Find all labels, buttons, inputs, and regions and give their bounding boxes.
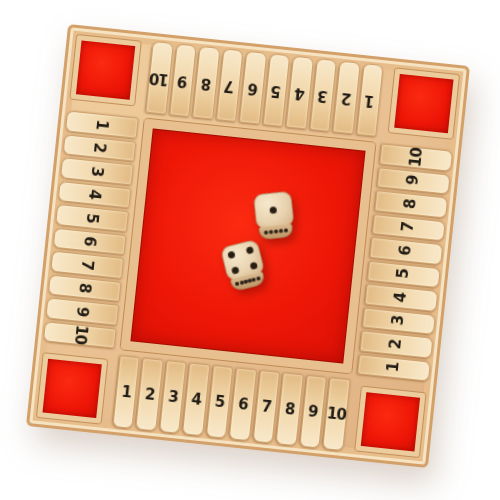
- tile-right-6[interactable]: 6: [369, 237, 443, 265]
- tile-top-1[interactable]: 1: [356, 63, 384, 137]
- tile-left-1[interactable]: 1: [65, 110, 139, 138]
- tile-number: 8: [77, 282, 93, 293]
- tile-number: 1: [94, 119, 110, 130]
- tile-number: 9: [406, 175, 422, 186]
- tile-number: 10: [408, 147, 425, 167]
- product-photo: 10987654321 12345678910 10987654321 1234…: [0, 0, 500, 500]
- tile-left-3[interactable]: 3: [60, 157, 134, 185]
- tile-bottom-8[interactable]: 8: [276, 372, 304, 446]
- tile-number: 10: [149, 69, 169, 86]
- corner-felt-tray-top-right: [389, 68, 459, 138]
- tile-number: 9: [178, 72, 189, 88]
- tile-number: 4: [87, 189, 103, 200]
- tile-top-2[interactable]: 2: [332, 61, 360, 135]
- die-pip: [256, 276, 261, 281]
- tile-number: 3: [89, 166, 105, 177]
- tile-number: 10: [71, 324, 88, 344]
- die-pip: [269, 230, 273, 234]
- tile-number: 9: [307, 404, 318, 420]
- die-pip: [249, 262, 257, 270]
- tile-number: 10: [326, 406, 346, 423]
- tile-number: 5: [214, 394, 225, 410]
- tile-left-10[interactable]: 10: [43, 321, 117, 349]
- tile-number: 6: [82, 236, 98, 247]
- tile-number: 2: [92, 142, 108, 153]
- tile-number: 2: [341, 90, 352, 106]
- tile-number: 3: [167, 389, 178, 405]
- corner-felt-tray-top-left: [70, 35, 140, 105]
- tile-number: 3: [391, 315, 407, 326]
- tile-number: 5: [84, 212, 100, 223]
- tile-number: 5: [396, 269, 412, 280]
- tile-left-7[interactable]: 7: [50, 251, 124, 279]
- tile-left-9[interactable]: 9: [45, 297, 119, 325]
- tile-number: 8: [403, 199, 419, 210]
- tile-number: 4: [393, 292, 409, 303]
- die-showing-one[interactable]: [253, 191, 296, 241]
- tile-number: 7: [261, 399, 272, 415]
- tile-left-5[interactable]: 5: [55, 204, 129, 232]
- tile-number: 2: [389, 339, 405, 350]
- tile-number: 6: [398, 245, 414, 256]
- die-pip: [279, 229, 283, 233]
- tile-right-1[interactable]: 1: [357, 354, 431, 382]
- tile-number: 8: [201, 75, 212, 91]
- tile-top-4[interactable]: 4: [286, 56, 314, 130]
- tile-number: 9: [74, 306, 90, 317]
- tile-number: 4: [294, 85, 305, 101]
- tile-number: 6: [237, 396, 248, 412]
- tile-bottom-6[interactable]: 6: [229, 367, 257, 441]
- die-pip: [264, 230, 268, 234]
- die-pip: [274, 229, 278, 233]
- tile-number: 3: [318, 87, 329, 103]
- tile-right-4[interactable]: 4: [365, 284, 439, 312]
- die-pip: [270, 206, 278, 214]
- tile-number: 1: [364, 92, 375, 108]
- corner-felt-tray-bottom-right: [355, 387, 425, 457]
- die-pip: [284, 228, 288, 232]
- tile-bottom-10[interactable]: 10: [322, 377, 350, 451]
- tile-number: 7: [401, 222, 417, 233]
- shut-the-box-board: 10987654321 12345678910 10987654321 1234…: [26, 24, 470, 468]
- tile-right-8[interactable]: 8: [374, 190, 448, 218]
- tile-number: 8: [284, 401, 295, 417]
- tile-number: 1: [386, 362, 402, 373]
- tile-right-10[interactable]: 10: [379, 143, 453, 171]
- tile-right-2[interactable]: 2: [360, 330, 434, 358]
- corner-felt-tray-bottom-left: [37, 353, 107, 423]
- tile-number: 7: [79, 259, 95, 270]
- tile-number: 6: [248, 80, 259, 96]
- tile-number: 2: [144, 387, 155, 403]
- tile-top-6[interactable]: 6: [239, 51, 267, 125]
- tile-number: 1: [121, 384, 132, 400]
- tile-number: 5: [271, 82, 282, 98]
- tile-number: 7: [224, 77, 235, 93]
- tile-number: 4: [191, 391, 202, 407]
- die-pip: [231, 266, 239, 274]
